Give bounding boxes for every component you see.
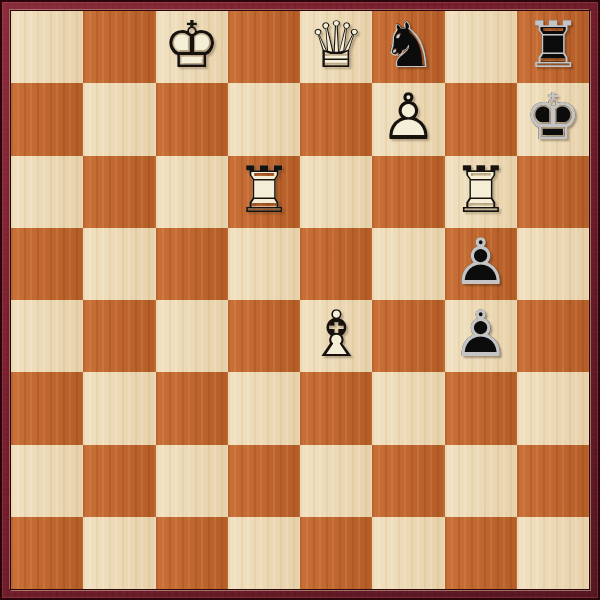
square-d2[interactable] xyxy=(228,445,300,517)
square-e2[interactable] xyxy=(300,445,372,517)
square-e6[interactable] xyxy=(300,156,372,228)
square-e7[interactable] xyxy=(300,83,372,155)
square-f4[interactable] xyxy=(372,300,444,372)
square-c7[interactable] xyxy=(156,83,228,155)
square-a6[interactable] xyxy=(11,156,83,228)
white-pawn-fill-glyph: ♟ xyxy=(380,85,437,149)
square-f5[interactable] xyxy=(372,228,444,300)
square-h2[interactable] xyxy=(517,445,589,517)
square-g4[interactable]: ♟♙ xyxy=(445,300,517,372)
square-c2[interactable] xyxy=(156,445,228,517)
square-d7[interactable] xyxy=(228,83,300,155)
chessboard: ♚♔♛♕♞♘♜♖♟♙♚♔♜♖♜♖♟♙♝♗♟♙ xyxy=(10,10,590,590)
white-bishop-outline-glyph: ♗ xyxy=(307,302,364,366)
square-b7[interactable] xyxy=(83,83,155,155)
square-e5[interactable] xyxy=(300,228,372,300)
black-pawn[interactable]: ♟♙ xyxy=(445,228,517,300)
white-king[interactable]: ♚♔ xyxy=(156,11,228,83)
square-f2[interactable] xyxy=(372,445,444,517)
square-c1[interactable] xyxy=(156,517,228,589)
black-rook-outline-glyph: ♖ xyxy=(524,13,581,77)
square-c8[interactable]: ♚♔ xyxy=(156,11,228,83)
square-a2[interactable] xyxy=(11,445,83,517)
white-rook[interactable]: ♜♖ xyxy=(228,156,300,228)
white-bishop-fill-glyph: ♝ xyxy=(307,302,364,366)
square-c3[interactable] xyxy=(156,372,228,444)
square-b8[interactable] xyxy=(83,11,155,83)
white-queen[interactable]: ♛♕ xyxy=(300,11,372,83)
square-a7[interactable] xyxy=(11,83,83,155)
square-d5[interactable] xyxy=(228,228,300,300)
black-pawn-fill-glyph: ♟ xyxy=(452,230,509,294)
square-b3[interactable] xyxy=(83,372,155,444)
square-b1[interactable] xyxy=(83,517,155,589)
square-g7[interactable] xyxy=(445,83,517,155)
square-f6[interactable] xyxy=(372,156,444,228)
white-queen-outline-glyph: ♕ xyxy=(307,13,364,77)
black-rook[interactable]: ♜♖ xyxy=(517,11,589,83)
white-bishop[interactable]: ♝♗ xyxy=(300,300,372,372)
white-queen-fill-glyph: ♛ xyxy=(307,13,364,77)
square-d1[interactable] xyxy=(228,517,300,589)
board-frame: ♚♔♛♕♞♘♜♖♟♙♚♔♜♖♜♖♟♙♝♗♟♙ xyxy=(0,0,600,600)
square-h4[interactable] xyxy=(517,300,589,372)
square-b4[interactable] xyxy=(83,300,155,372)
black-king-fill-glyph: ♚ xyxy=(524,85,581,149)
white-rook[interactable]: ♜♖ xyxy=(445,156,517,228)
square-g2[interactable] xyxy=(445,445,517,517)
white-pawn-outline-glyph: ♙ xyxy=(380,85,437,149)
square-a3[interactable] xyxy=(11,372,83,444)
square-g1[interactable] xyxy=(445,517,517,589)
square-g8[interactable] xyxy=(445,11,517,83)
white-rook-fill-glyph: ♜ xyxy=(452,158,509,222)
square-d4[interactable] xyxy=(228,300,300,372)
square-a8[interactable] xyxy=(11,11,83,83)
square-f3[interactable] xyxy=(372,372,444,444)
square-c6[interactable] xyxy=(156,156,228,228)
square-a1[interactable] xyxy=(11,517,83,589)
square-h8[interactable]: ♜♖ xyxy=(517,11,589,83)
black-knight-outline-glyph: ♘ xyxy=(380,13,437,77)
white-pawn[interactable]: ♟♙ xyxy=(372,83,444,155)
square-f7[interactable]: ♟♙ xyxy=(372,83,444,155)
square-h7[interactable]: ♚♔ xyxy=(517,83,589,155)
square-g6[interactable]: ♜♖ xyxy=(445,156,517,228)
square-h1[interactable] xyxy=(517,517,589,589)
black-pawn-outline-glyph: ♙ xyxy=(452,230,509,294)
square-b6[interactable] xyxy=(83,156,155,228)
white-king-outline-glyph: ♔ xyxy=(163,13,220,77)
square-g3[interactable] xyxy=(445,372,517,444)
square-a5[interactable] xyxy=(11,228,83,300)
square-d6[interactable]: ♜♖ xyxy=(228,156,300,228)
white-rook-outline-glyph: ♖ xyxy=(235,158,292,222)
square-f8[interactable]: ♞♘ xyxy=(372,11,444,83)
square-h3[interactable] xyxy=(517,372,589,444)
square-c4[interactable] xyxy=(156,300,228,372)
square-d3[interactable] xyxy=(228,372,300,444)
black-king-outline-glyph: ♔ xyxy=(524,85,581,149)
black-knight-fill-glyph: ♞ xyxy=(380,13,437,77)
black-pawn-outline-glyph: ♙ xyxy=(452,302,509,366)
square-b2[interactable] xyxy=(83,445,155,517)
square-h6[interactable] xyxy=(517,156,589,228)
square-e8[interactable]: ♛♕ xyxy=(300,11,372,83)
white-rook-outline-glyph: ♖ xyxy=(452,158,509,222)
black-pawn[interactable]: ♟♙ xyxy=(445,300,517,372)
square-b5[interactable] xyxy=(83,228,155,300)
white-rook-fill-glyph: ♜ xyxy=(235,158,292,222)
black-rook-fill-glyph: ♜ xyxy=(524,13,581,77)
square-f1[interactable] xyxy=(372,517,444,589)
black-pawn-fill-glyph: ♟ xyxy=(452,302,509,366)
square-g5[interactable]: ♟♙ xyxy=(445,228,517,300)
square-e4[interactable]: ♝♗ xyxy=(300,300,372,372)
black-king[interactable]: ♚♔ xyxy=(517,83,589,155)
black-knight[interactable]: ♞♘ xyxy=(372,11,444,83)
square-d8[interactable] xyxy=(228,11,300,83)
square-e3[interactable] xyxy=(300,372,372,444)
square-h5[interactable] xyxy=(517,228,589,300)
square-e1[interactable] xyxy=(300,517,372,589)
square-a4[interactable] xyxy=(11,300,83,372)
square-c5[interactable] xyxy=(156,228,228,300)
white-king-fill-glyph: ♚ xyxy=(163,13,220,77)
